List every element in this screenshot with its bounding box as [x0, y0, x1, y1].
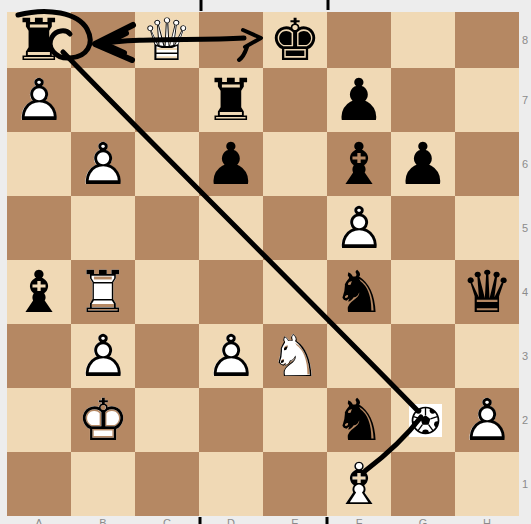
piece-white-pawn-b6[interactable]: ♟♙ — [77, 135, 129, 193]
piece-glyph: ♟ — [333, 71, 385, 129]
piece-white-knight-e3[interactable]: ♞♘ — [269, 327, 321, 385]
file-label-C: C — [157, 517, 177, 524]
file-label-E: E — [285, 517, 305, 524]
piece-black-rook-a8[interactable]: ♜ — [13, 11, 65, 69]
piece-black-king-e8[interactable]: ♚ — [269, 11, 321, 69]
square-e4[interactable] — [263, 260, 327, 324]
piece-outline: ♖ — [77, 263, 129, 321]
square-h5[interactable] — [455, 196, 519, 260]
soccer-ball-marker — [409, 404, 442, 437]
square-d7[interactable]: ♜ — [199, 68, 263, 132]
rank-label-4: 4 — [519, 286, 531, 298]
square-g8[interactable] — [391, 12, 455, 68]
piece-black-knight-f2[interactable]: ♞ — [333, 391, 385, 449]
square-f7[interactable]: ♟ — [327, 68, 391, 132]
rank-label-5: 5 — [519, 222, 531, 234]
rank-label-7: 7 — [519, 94, 531, 106]
piece-outline: ♙ — [205, 327, 257, 385]
piece-white-pawn-d3[interactable]: ♟♙ — [205, 327, 257, 385]
piece-black-queen-h4[interactable]: ♛ — [461, 263, 513, 321]
square-c7[interactable] — [135, 68, 199, 132]
file-label-B: B — [93, 517, 113, 524]
square-h3[interactable] — [455, 324, 519, 388]
piece-outline: ♙ — [13, 71, 65, 129]
piece-glyph: ♝ — [13, 263, 65, 321]
square-a1[interactable] — [7, 452, 71, 516]
square-d3[interactable]: ♟♙ — [199, 324, 263, 388]
piece-black-bishop-a4[interactable]: ♝ — [13, 263, 65, 321]
piece-black-bishop-f6[interactable]: ♝ — [333, 135, 385, 193]
piece-black-pawn-f7[interactable]: ♟ — [333, 71, 385, 129]
square-g7[interactable] — [391, 68, 455, 132]
square-a5[interactable] — [7, 196, 71, 260]
square-a3[interactable] — [7, 324, 71, 388]
square-h6[interactable] — [455, 132, 519, 196]
square-g1[interactable] — [391, 452, 455, 516]
square-c3[interactable] — [135, 324, 199, 388]
square-d6[interactable]: ♟ — [199, 132, 263, 196]
piece-glyph: ♟ — [397, 135, 449, 193]
square-d1[interactable] — [199, 452, 263, 516]
piece-glyph: ♞ — [333, 391, 385, 449]
piece-glyph: ♛ — [461, 263, 513, 321]
file-label-F: F — [349, 517, 369, 524]
square-c6[interactable] — [135, 132, 199, 196]
square-e8[interactable]: ♚ — [263, 12, 327, 68]
square-a8[interactable]: ♜ — [7, 12, 71, 68]
square-f3[interactable] — [327, 324, 391, 388]
piece-white-pawn-h2[interactable]: ♟♙ — [461, 391, 513, 449]
square-f5[interactable]: ♟♙ — [327, 196, 391, 260]
square-f4[interactable]: ♞ — [327, 260, 391, 324]
square-d5[interactable] — [199, 196, 263, 260]
rank-label-1: 1 — [519, 478, 531, 490]
rank-label-6: 6 — [519, 158, 531, 170]
piece-outline: ♔ — [77, 391, 129, 449]
square-f8[interactable] — [327, 12, 391, 68]
square-c5[interactable] — [135, 196, 199, 260]
file-label-A: A — [29, 517, 49, 524]
square-d4[interactable] — [199, 260, 263, 324]
square-b7[interactable] — [71, 68, 135, 132]
piece-white-rook-b4[interactable]: ♜♖ — [77, 263, 129, 321]
square-b3[interactable]: ♟♙ — [71, 324, 135, 388]
rank-label-2: 2 — [519, 414, 531, 426]
square-e2[interactable] — [263, 388, 327, 452]
square-e6[interactable] — [263, 132, 327, 196]
piece-white-pawn-b3[interactable]: ♟♙ — [77, 327, 129, 385]
square-e5[interactable] — [263, 196, 327, 260]
square-h4[interactable]: ♛ — [455, 260, 519, 324]
piece-outline: ♙ — [77, 327, 129, 385]
square-g3[interactable] — [391, 324, 455, 388]
piece-outline: ♙ — [77, 135, 129, 193]
square-h1[interactable] — [455, 452, 519, 516]
file-label-G: G — [413, 517, 433, 524]
square-h8[interactable] — [455, 12, 519, 68]
piece-outline: ♕ — [141, 11, 193, 69]
square-c2[interactable] — [135, 388, 199, 452]
rank-label-8: 8 — [519, 34, 531, 46]
square-g4[interactable] — [391, 260, 455, 324]
piece-white-queen-c8[interactable]: ♛♕ — [141, 11, 193, 69]
piece-outline: ♙ — [461, 391, 513, 449]
piece-glyph: ♟ — [205, 135, 257, 193]
square-c1[interactable] — [135, 452, 199, 516]
square-a2[interactable] — [7, 388, 71, 452]
square-f6[interactable]: ♝ — [327, 132, 391, 196]
square-c4[interactable] — [135, 260, 199, 324]
square-b4[interactable]: ♜♖ — [71, 260, 135, 324]
piece-black-rook-d7[interactable]: ♜ — [205, 71, 257, 129]
soccer-ball-icon — [409, 404, 442, 437]
square-b5[interactable] — [71, 196, 135, 260]
square-g6[interactable]: ♟ — [391, 132, 455, 196]
piece-white-pawn-a7[interactable]: ♟♙ — [13, 71, 65, 129]
file-label-H: H — [477, 517, 497, 524]
square-c8[interactable]: ♛♕ — [135, 12, 199, 68]
square-f1[interactable]: ♝♗ — [327, 452, 391, 516]
piece-black-knight-f4[interactable]: ♞ — [333, 263, 385, 321]
piece-white-bishop-f1[interactable]: ♝♗ — [333, 455, 385, 513]
chess-board[interactable]: ♜♛♕♚♟♙♜♟♟♙♟♝♟♟♙♝♜♖♞♛♟♙♟♙♞♘♚♔♞♟♙♝♗ — [7, 12, 519, 516]
piece-black-pawn-g6[interactable]: ♟ — [397, 135, 449, 193]
piece-white-pawn-f5[interactable]: ♟♙ — [333, 199, 385, 257]
piece-outline: ♗ — [333, 455, 385, 513]
file-label-D: D — [221, 517, 241, 524]
piece-white-king-b2[interactable]: ♚♔ — [77, 391, 129, 449]
rank-label-3: 3 — [519, 350, 531, 362]
piece-glyph: ♝ — [333, 135, 385, 193]
square-e1[interactable] — [263, 452, 327, 516]
square-b2[interactable]: ♚♔ — [71, 388, 135, 452]
square-g5[interactable] — [391, 196, 455, 260]
square-h7[interactable] — [455, 68, 519, 132]
square-b6[interactable]: ♟♙ — [71, 132, 135, 196]
piece-outline: ♘ — [269, 327, 321, 385]
piece-glyph: ♞ — [333, 263, 385, 321]
piece-glyph: ♚ — [269, 11, 321, 69]
square-a7[interactable]: ♟♙ — [7, 68, 71, 132]
piece-black-pawn-d6[interactable]: ♟ — [205, 135, 257, 193]
square-e3[interactable]: ♞♘ — [263, 324, 327, 388]
piece-glyph: ♜ — [205, 71, 257, 129]
piece-outline: ♙ — [333, 199, 385, 257]
square-d8[interactable] — [199, 12, 263, 68]
square-f2[interactable]: ♞ — [327, 388, 391, 452]
square-b8[interactable] — [71, 12, 135, 68]
square-d2[interactable] — [199, 388, 263, 452]
square-h2[interactable]: ♟♙ — [455, 388, 519, 452]
square-e7[interactable] — [263, 68, 327, 132]
piece-glyph: ♜ — [13, 11, 65, 69]
square-a6[interactable] — [7, 132, 71, 196]
square-b1[interactable] — [71, 452, 135, 516]
square-a4[interactable]: ♝ — [7, 260, 71, 324]
chess-analysis-screenshot: ♜♛♕♚♟♙♜♟♟♙♟♝♟♟♙♝♜♖♞♛♟♙♟♙♞♘♚♔♞♟♙♝♗ 876543… — [0, 0, 531, 524]
